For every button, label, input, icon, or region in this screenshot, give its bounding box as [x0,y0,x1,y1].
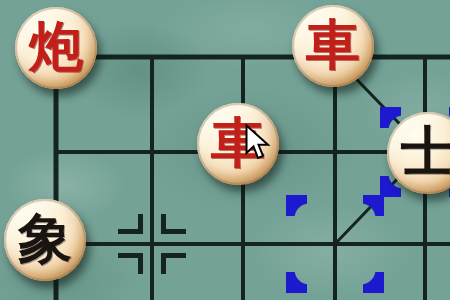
highlight-corner-icon [286,195,307,216]
xiangqi-board[interactable]: 炮 車 車 士 象 [0,0,450,300]
highlight-corner-icon [286,272,307,293]
piece-glyph: 炮 [29,19,83,73]
mouse-cursor-icon [245,124,271,164]
piece-glyph: 士 [401,124,450,178]
piece-glyph: 車 [306,17,360,71]
highlight-corner-icon [363,272,384,293]
piece-glyph: 象 [18,211,72,265]
piece-red-chariot-a[interactable]: 車 [292,5,374,87]
piece-red-cannon[interactable]: 炮 [15,7,97,89]
piece-black-elephant[interactable]: 象 [4,199,86,281]
highlight-corner-icon [363,195,384,216]
